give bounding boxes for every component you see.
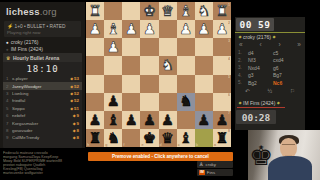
takeback-icon[interactable]: ↶ (245, 88, 250, 94)
game-info-box: ⚡ 1+0 • BULLET • RATED Playing right now (4, 21, 81, 37)
file-label: e (141, 143, 143, 147)
move-black[interactable]: Nc6 (273, 80, 298, 86)
square-h8[interactable]: ♜h (86, 129, 104, 147)
black-piece-P[interactable]: ♟ (161, 113, 174, 128)
move-row: 5.Bg2Nc6 (238, 79, 302, 87)
square-a5[interactable]: 5 (213, 75, 231, 93)
white-piece-P[interactable]: ♟ (125, 22, 138, 37)
supporter-credits: Federacki mateusz crossolomorgang Samura… (3, 151, 85, 176)
square-h7[interactable]: ♟ (86, 111, 104, 129)
square-b1[interactable]: ♞ (195, 2, 213, 20)
next-move-icon[interactable]: › (278, 41, 280, 48)
white-piece-P[interactable]: ♟ (89, 22, 102, 37)
premove-banner[interactable]: Premove enabled - Click anywhere to canc… (88, 152, 233, 161)
square-e1[interactable]: ♚ (140, 2, 158, 20)
square-b6[interactable] (195, 93, 213, 111)
move-list: 1.d4c52.Nf3cxd43.Nxd4g64.g3Bg75.Bg2Nc6 (238, 49, 302, 87)
board-footer-white-player[interactable]: ♙ croky (197, 161, 233, 168)
square-c5[interactable] (177, 75, 195, 93)
move-black[interactable]: g6 (273, 65, 298, 71)
square-g2[interactable]: ♝ (104, 20, 122, 38)
white-piece-B[interactable]: ♝ (107, 22, 120, 37)
rank-label: 7 (228, 111, 230, 115)
square-b3[interactable] (195, 38, 213, 56)
square-g1[interactable] (104, 2, 122, 20)
square-e5[interactable] (140, 75, 158, 93)
flame-icon: ◆ (70, 98, 73, 103)
black-piece-P[interactable]: ♟ (143, 113, 156, 128)
black-piece-P[interactable]: ♟ (107, 94, 120, 109)
square-b7[interactable]: ♟ (195, 111, 213, 129)
move-row: 1.d4c5 (238, 49, 302, 57)
tournament-header[interactable]: ♛ Hourly Bullet Arena (3, 53, 82, 62)
square-c1[interactable]: ♝ (177, 2, 195, 20)
white-piece-N[interactable]: ♞ (161, 58, 174, 73)
white-piece-P[interactable]: ♟ (215, 22, 228, 37)
square-d3[interactable] (159, 38, 177, 56)
square-a4[interactable]: 4 (213, 56, 231, 74)
tournament-panel: ♛ Hourly Bullet Arena 18:10 1x-player◆53… (3, 53, 82, 148)
board-footer-black-player[interactable]: IM Fins (197, 169, 233, 176)
square-h3[interactable] (86, 38, 104, 56)
square-f6[interactable] (122, 93, 140, 111)
player-name-row[interactable]: ◆ IM Fins (2424) ◆ (237, 99, 303, 106)
square-c8[interactable]: ♝c (177, 129, 195, 147)
square-b8[interactable]: b (195, 129, 213, 147)
file-label: d (160, 143, 162, 147)
sidebar-player-white[interactable]: ●croky (2176) (6, 39, 39, 45)
standings-row[interactable]: 3Lionking◆52 (3, 90, 82, 97)
square-g4[interactable] (104, 56, 122, 74)
sidebar-player-black[interactable]: ●IM Fins (2424) (6, 46, 43, 52)
square-f1[interactable] (122, 2, 140, 20)
square-d7[interactable]: ♟ (159, 111, 177, 129)
trophy-icon: ◆ (277, 100, 280, 105)
white-piece-N[interactable]: ♞ (197, 4, 210, 19)
draw-offer-icon[interactable]: ½ (268, 88, 273, 94)
move-white[interactable]: g3 (248, 72, 273, 78)
square-a7[interactable]: ♟7 (213, 111, 231, 129)
standings-row[interactable]: 1x-player◆53 (3, 75, 82, 82)
game-info-line2: Playing right now (7, 30, 78, 35)
white-piece-P[interactable]: ♟ (197, 22, 210, 37)
square-h5[interactable] (86, 75, 104, 93)
file-label: h (87, 143, 89, 147)
square-g5[interactable] (104, 75, 122, 93)
square-e6[interactable] (140, 93, 158, 111)
move-white[interactable]: d4 (248, 50, 273, 56)
square-d2[interactable] (159, 20, 177, 38)
square-e2[interactable]: ♟ (140, 20, 158, 38)
flame-icon: ◆ (73, 121, 76, 126)
opponent-clock: 00 59 (236, 18, 274, 31)
game-info-line1: 1+0 • BULLET • RATED (15, 24, 66, 29)
black-piece-P[interactable]: ♟ (215, 113, 228, 128)
square-a8[interactable]: ♜a8 (213, 129, 231, 147)
square-g6[interactable]: ♟ (104, 93, 122, 111)
square-d4[interactable]: ♞ (159, 56, 177, 74)
move-row: 4.g3Bg7 (238, 72, 302, 80)
square-a6[interactable]: 6 (213, 93, 231, 111)
square-c3[interactable] (177, 38, 195, 56)
square-e7[interactable]: ♟ (140, 111, 158, 129)
black-piece-R[interactable]: ♜ (215, 131, 228, 146)
square-f5[interactable] (122, 75, 140, 93)
lichess-logo[interactable]: lichess.org (6, 6, 57, 17)
tournament-timer: 18:10 (3, 62, 82, 75)
square-b5[interactable] (195, 75, 213, 93)
rank-label: 1 (228, 3, 230, 7)
square-e3[interactable] (140, 38, 158, 56)
square-c2[interactable]: ♟ (177, 20, 195, 38)
move-white[interactable]: Nf3 (248, 57, 273, 63)
square-g8[interactable]: ♞g (104, 129, 122, 147)
square-d6[interactable] (159, 93, 177, 111)
white-piece-R[interactable]: ♜ (89, 4, 102, 19)
opponent-name-row[interactable]: ◆ croky (2176) ◆ (237, 33, 303, 40)
file-label: c (178, 143, 180, 147)
bullet-bolt-icon: ⚡ (7, 23, 13, 29)
square-h4[interactable] (86, 56, 104, 74)
flame-icon: ◆ (70, 91, 73, 96)
player-clock: 00:28 (236, 110, 276, 124)
square-c4[interactable] (177, 56, 195, 74)
file-label: f (123, 143, 124, 147)
flame-icon: ◆ (73, 113, 76, 118)
black-piece-P[interactable]: ♟ (125, 113, 138, 128)
move-nav-controls: «‹›» (239, 41, 301, 48)
prev-move-icon[interactable]: ‹ (259, 41, 261, 48)
square-f7[interactable]: ♟ (122, 111, 140, 129)
white-piece-R[interactable]: ♜ (215, 4, 228, 19)
rank-label: 3 (228, 39, 230, 43)
standings-row[interactable]: 2JannyWoodger◆52 (3, 82, 82, 89)
square-d1[interactable]: ♛ (159, 2, 177, 20)
white-pawn-icon: ♙ (199, 161, 203, 167)
move-black[interactable]: c5 (273, 50, 298, 56)
rank-label: 5 (228, 75, 230, 79)
square-f4[interactable] (122, 56, 140, 74)
square-e4[interactable] (140, 56, 158, 74)
square-h6[interactable] (86, 93, 104, 111)
square-f3[interactable] (122, 38, 140, 56)
streamer-webcam: ♚ (248, 130, 320, 180)
square-h1[interactable]: ♜ (86, 2, 104, 20)
rank-label: 6 (228, 93, 230, 97)
standings-row[interactable]: 7Korgasmaker◆9 (3, 119, 82, 126)
trophy-icon: ◆ (272, 34, 275, 39)
black-piece-K[interactable]: ♚ (143, 131, 156, 146)
rank-label: 4 (228, 57, 230, 61)
white-piece-P[interactable]: ♟ (179, 22, 192, 37)
file-label: a (214, 143, 216, 147)
standings-row[interactable]: 6nebifef◆9 (3, 112, 82, 119)
credit-line: marteczenke wolfgarister (3, 171, 85, 175)
streamer-shirt (268, 156, 312, 180)
move-row: 3.Nxd4g6 (238, 64, 302, 72)
black-piece-Q[interactable]: ♛ (161, 131, 174, 146)
move-white[interactable]: Bg2 (248, 80, 273, 86)
move-white[interactable]: Nxd4 (248, 65, 273, 71)
black-piece-P[interactable]: ♟ (197, 113, 210, 128)
trophy-icon: ◆ (239, 100, 242, 105)
square-g7[interactable]: ♝ (104, 111, 122, 129)
flame-icon: ◆ (70, 76, 73, 81)
white-piece-B[interactable]: ♝ (179, 4, 192, 19)
trophy-icon: ♛ (6, 55, 10, 61)
square-d5[interactable] (159, 75, 177, 93)
flame-icon: ◆ (73, 135, 76, 140)
chess-board[interactable]: ♜♚♛♝♞♜1♟♝♟♟♟♟♟2♟3♞45♟♞6♟♝♟♟♟♟♟7♜h♞gf♚e♛d… (86, 2, 231, 147)
square-a3[interactable]: 3 (213, 38, 231, 56)
file-label: b (196, 143, 198, 147)
last-move-icon[interactable]: » (297, 41, 301, 48)
black-color-icon: ● (6, 47, 9, 52)
square-c7[interactable] (177, 111, 195, 129)
square-a2[interactable]: ♟2 (213, 20, 231, 38)
black-piece-N[interactable]: ♞ (107, 131, 120, 146)
black-piece-B[interactable]: ♝ (107, 113, 120, 128)
square-e8[interactable]: ♚e (140, 129, 158, 147)
low-time-indicator (237, 107, 285, 108)
square-g3[interactable]: ♟ (104, 38, 122, 56)
standings-row[interactable]: 8gosovader◆8 (3, 127, 82, 134)
first-move-icon[interactable]: « (239, 41, 243, 48)
square-f8[interactable]: f (122, 129, 140, 147)
trophy-icon: ◆ (239, 34, 242, 39)
square-c6[interactable]: ♞ (177, 93, 195, 111)
standings-row[interactable]: 4friedfal◆52 (3, 97, 82, 104)
rank-label: 8 (228, 129, 230, 133)
move-row: 2.Nf3cxd4 (238, 57, 302, 65)
flame-icon: ◆ (73, 128, 76, 133)
flame-icon: ◆ (70, 84, 73, 89)
black-piece-R[interactable]: ♜ (89, 131, 102, 146)
black-piece-P[interactable]: ♟ (89, 113, 102, 128)
white-piece-P[interactable]: ♟ (107, 40, 120, 55)
file-label: g (105, 143, 107, 147)
move-black[interactable]: cxd4 (273, 57, 298, 63)
square-b4[interactable] (195, 56, 213, 74)
square-a1[interactable]: ♜1 (213, 2, 231, 20)
white-piece-P[interactable]: ♟ (143, 22, 156, 37)
white-piece-K[interactable]: ♚ (143, 4, 156, 19)
standings-row[interactable]: 5Seppo◆51 (3, 105, 82, 112)
standings-row[interactable]: 9CallMeTrendy◆8 (3, 134, 82, 141)
game-side-panel: 00 59 ◆ croky (2176) ◆ «‹›» 1.d4c52.Nf3c… (235, 17, 305, 130)
rank-label: 2 (228, 21, 230, 25)
black-piece-B[interactable]: ♝ (179, 131, 192, 146)
square-f2[interactable]: ♟ (122, 20, 140, 38)
black-piece-N[interactable]: ♞ (179, 94, 192, 109)
square-d8[interactable]: ♛d (159, 129, 177, 147)
game-action-controls: ↶½⚐ (245, 88, 295, 94)
stream-frame: lichess.org ⚡ 1+0 • BULLET • RATED Playi… (0, 0, 320, 180)
left-sidebar: lichess.org ⚡ 1+0 • BULLET • RATED Playi… (0, 2, 85, 148)
square-b2[interactable]: ♟ (195, 20, 213, 38)
tournament-standings: 1x-player◆532JannyWoodger◆523Lionking◆52… (3, 75, 82, 142)
resign-flag-icon[interactable]: ⚐ (290, 88, 295, 94)
move-black[interactable]: Bg7 (273, 72, 298, 78)
white-piece-Q[interactable]: ♛ (161, 4, 174, 19)
white-color-icon: ● (6, 40, 9, 45)
square-h2[interactable]: ♟ (86, 20, 104, 38)
flame-icon: ◆ (70, 106, 73, 111)
im-title-badge: IM (199, 170, 205, 175)
